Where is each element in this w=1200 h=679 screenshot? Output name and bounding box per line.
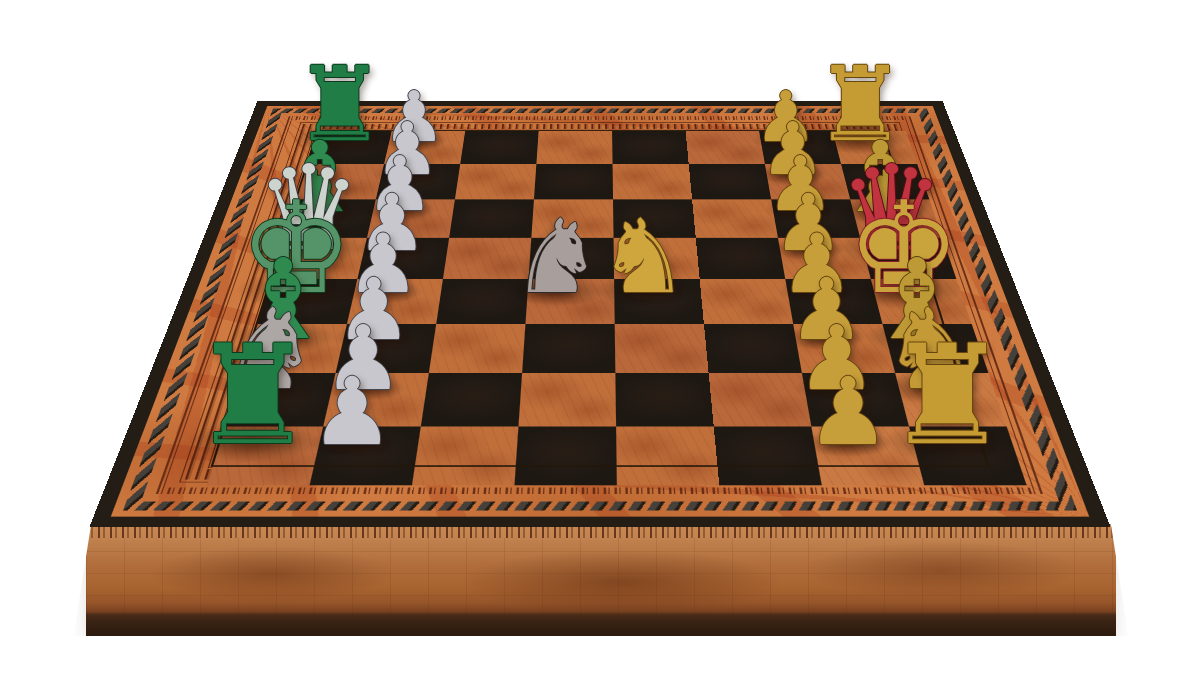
white-pawn-glyph: ♟ [310, 365, 394, 458]
pieces-layer: ♜♝♛♚♝♞♜♞♟♟♟♟♟♟♟♟♜♝♛♚♝♞♜♞♟♟♟♟♟♟♟♟ [0, 0, 1200, 679]
black-knight-glyph: ♞ [598, 206, 690, 308]
chess-set-photo: ♜♝♛♚♝♞♜♞♟♟♟♟♟♟♟♟♜♝♛♚♝♞♜♞♟♟♟♟♟♟♟♟ [0, 0, 1200, 679]
black-rook-glyph: ♜ [885, 327, 1008, 465]
black-pawn-glyph: ♟ [806, 365, 890, 458]
white-knight-glyph: ♞ [511, 206, 603, 308]
white-rook-glyph: ♜ [191, 327, 314, 465]
